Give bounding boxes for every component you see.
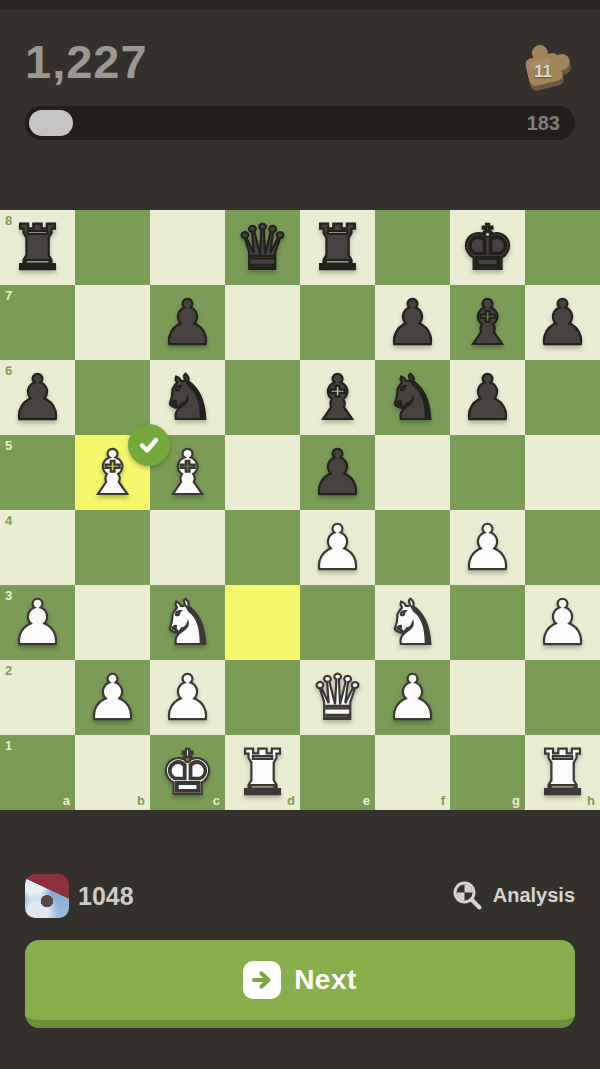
square-h4[interactable]: [525, 510, 600, 585]
puzzle-streak-badge: 11: [514, 38, 578, 100]
square-g6[interactable]: ♟: [450, 360, 525, 435]
square-a7[interactable]: 7: [0, 285, 75, 360]
status-bar: [0, 0, 600, 9]
square-c7[interactable]: ♟: [150, 285, 225, 360]
white-pawn-e4: ♟: [310, 510, 366, 585]
square-f7[interactable]: ♟: [375, 285, 450, 360]
black-pawn-e5: ♟: [310, 435, 366, 510]
square-c1[interactable]: c♚: [150, 735, 225, 810]
square-d6[interactable]: [225, 360, 300, 435]
analysis-button[interactable]: Analysis: [451, 879, 575, 912]
square-e4[interactable]: ♟: [300, 510, 375, 585]
rank-label-7: 7: [5, 288, 12, 303]
progress-bar: 183: [25, 106, 575, 140]
progress-thumb: [29, 110, 73, 136]
white-pawn-g4: ♟: [460, 510, 516, 585]
square-h2[interactable]: [525, 660, 600, 735]
correct-move-badge: [128, 424, 170, 466]
white-rook-d1: ♜: [235, 735, 291, 810]
black-pawn-h7: ♟: [535, 285, 591, 360]
square-d7[interactable]: [225, 285, 300, 360]
chess-board: 8♜♛♜♚7♟♟♝♟6♟♞♝♞♟5♝♝♟4♟♟3♟♞♞♟2♟♟♛♟1abc♚d♜…: [0, 210, 600, 810]
square-f6[interactable]: ♞: [375, 360, 450, 435]
square-h1[interactable]: h♜: [525, 735, 600, 810]
square-g8[interactable]: ♚: [450, 210, 525, 285]
white-knight-f3: ♞: [385, 585, 441, 660]
analysis-label: Analysis: [493, 884, 575, 907]
black-pawn-c7: ♟: [160, 285, 216, 360]
square-b3[interactable]: [75, 585, 150, 660]
opponent-avatar[interactable]: [25, 874, 69, 918]
square-g4[interactable]: ♟: [450, 510, 525, 585]
square-f3[interactable]: ♞: [375, 585, 450, 660]
white-king-c1: ♚: [160, 735, 216, 810]
square-c3[interactable]: ♞: [150, 585, 225, 660]
square-d5[interactable]: [225, 435, 300, 510]
black-queen-d8: ♛: [235, 210, 291, 285]
square-f1[interactable]: f: [375, 735, 450, 810]
square-e8[interactable]: ♜: [300, 210, 375, 285]
white-pawn-b2: ♟: [85, 660, 141, 735]
analysis-magnifier-icon: [451, 879, 484, 912]
square-f5[interactable]: [375, 435, 450, 510]
black-pawn-g6: ♟: [460, 360, 516, 435]
rank-label-4: 4: [5, 513, 12, 528]
white-pawn-f2: ♟: [385, 660, 441, 735]
square-b8[interactable]: [75, 210, 150, 285]
square-d4[interactable]: [225, 510, 300, 585]
square-b4[interactable]: [75, 510, 150, 585]
square-f8[interactable]: [375, 210, 450, 285]
square-a3[interactable]: 3♟: [0, 585, 75, 660]
square-g5[interactable]: [450, 435, 525, 510]
puzzle-streak-count: 11: [534, 62, 552, 82]
black-king-g8: ♚: [460, 210, 516, 285]
black-bishop-g7: ♝: [460, 285, 516, 360]
checkmark-icon: [137, 433, 161, 457]
square-a2[interactable]: 2: [0, 660, 75, 735]
square-b1[interactable]: b: [75, 735, 150, 810]
next-button[interactable]: Next: [25, 940, 575, 1028]
board-area: 8♜♛♜♚7♟♟♝♟6♟♞♝♞♟5♝♝♟4♟♟3♟♞♞♟2♟♟♛♟1abc♚d♜…: [0, 210, 600, 810]
square-h7[interactable]: ♟: [525, 285, 600, 360]
square-a4[interactable]: 4: [0, 510, 75, 585]
black-bishop-e6: ♝: [310, 360, 366, 435]
square-e6[interactable]: ♝: [300, 360, 375, 435]
square-h6[interactable]: [525, 360, 600, 435]
square-g3[interactable]: [450, 585, 525, 660]
square-e2[interactable]: ♛: [300, 660, 375, 735]
rank-label-5: 5: [5, 438, 12, 453]
square-f2[interactable]: ♟: [375, 660, 450, 735]
square-b7[interactable]: [75, 285, 150, 360]
square-b6[interactable]: [75, 360, 150, 435]
white-pawn-h3: ♟: [535, 585, 591, 660]
white-queen-e2: ♛: [310, 660, 366, 735]
file-label-b: b: [137, 793, 145, 808]
square-d2[interactable]: [225, 660, 300, 735]
opponent-rating: 1048: [78, 882, 134, 911]
square-d3[interactable]: [225, 585, 300, 660]
puzzle-screen: 1,227 11 183 8♜♛♜♚7♟♟♝♟6♟♞♝♞♟5♝♝♟4♟♟3♟♞♞…: [0, 0, 600, 1069]
square-c6[interactable]: ♞: [150, 360, 225, 435]
rank-label-2: 2: [5, 663, 12, 678]
square-a1[interactable]: 1a: [0, 735, 75, 810]
square-a5[interactable]: 5: [0, 435, 75, 510]
square-c8[interactable]: [150, 210, 225, 285]
square-e5[interactable]: ♟: [300, 435, 375, 510]
puzzle-rating: 1,227: [25, 34, 148, 89]
square-b2[interactable]: ♟: [75, 660, 150, 735]
square-c2[interactable]: ♟: [150, 660, 225, 735]
next-button-label: Next: [294, 964, 357, 996]
file-label-f: f: [441, 793, 445, 808]
square-h3[interactable]: ♟: [525, 585, 600, 660]
progress-points: 183: [527, 106, 560, 140]
file-label-e: e: [363, 793, 370, 808]
black-rook-e8: ♜: [310, 210, 366, 285]
square-g7[interactable]: ♝: [450, 285, 525, 360]
square-c4[interactable]: [150, 510, 225, 585]
white-rook-h1: ♜: [535, 735, 591, 810]
file-label-g: g: [512, 793, 520, 808]
black-knight-f6: ♞: [385, 360, 441, 435]
square-h8[interactable]: [525, 210, 600, 285]
square-d8[interactable]: ♛: [225, 210, 300, 285]
white-knight-c3: ♞: [160, 585, 216, 660]
square-h5[interactable]: [525, 435, 600, 510]
square-g2[interactable]: [450, 660, 525, 735]
next-arrow-icon: [243, 961, 281, 999]
black-knight-c6: ♞: [160, 360, 216, 435]
white-pawn-c2: ♟: [160, 660, 216, 735]
square-e1[interactable]: e: [300, 735, 375, 810]
square-f4[interactable]: [375, 510, 450, 585]
black-rook-a8: ♜: [10, 210, 66, 285]
file-label-a: a: [63, 793, 70, 808]
black-pawn-f7: ♟: [385, 285, 441, 360]
rank-label-1: 1: [5, 738, 12, 753]
square-a6[interactable]: 6♟: [0, 360, 75, 435]
black-pawn-a6: ♟: [10, 360, 66, 435]
white-pawn-a3: ♟: [10, 585, 66, 660]
square-e3[interactable]: [300, 585, 375, 660]
square-g1[interactable]: g: [450, 735, 525, 810]
square-d1[interactable]: d♜: [225, 735, 300, 810]
square-e7[interactable]: [300, 285, 375, 360]
square-a8[interactable]: 8♜: [0, 210, 75, 285]
